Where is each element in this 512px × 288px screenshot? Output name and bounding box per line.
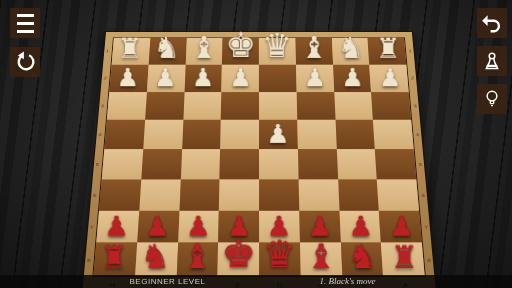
- piece-bN[interactable]: ♞: [348, 240, 378, 273]
- square[interactable]: ♞: [135, 243, 178, 276]
- piece-bP[interactable]: ♟: [308, 213, 332, 240]
- rank-label: 8: [425, 257, 433, 262]
- square[interactable]: ♜: [93, 243, 137, 276]
- rank-label: 4: [414, 132, 421, 137]
- square[interactable]: ♟: [109, 65, 148, 92]
- rank-label: 2: [102, 76, 109, 80]
- square[interactable]: ♝: [185, 38, 222, 64]
- rank-label: 8: [85, 257, 93, 262]
- square[interactable]: [102, 149, 143, 179]
- square[interactable]: [259, 65, 296, 92]
- piece-bP[interactable]: ♟: [145, 213, 169, 240]
- square[interactable]: ♟: [184, 65, 222, 92]
- piece-bR[interactable]: ♜: [390, 242, 418, 273]
- square[interactable]: [141, 149, 182, 179]
- status-bar: BEGINNER LEVEL 1. Black's move: [0, 275, 512, 288]
- square[interactable]: ♟: [259, 120, 298, 149]
- piece-wB[interactable]: ♝: [190, 32, 217, 62]
- square[interactable]: ♝: [176, 243, 218, 276]
- square[interactable]: [220, 120, 259, 149]
- rank-label: 4: [96, 132, 103, 137]
- square[interactable]: ♟: [259, 210, 300, 242]
- square[interactable]: ♟: [296, 65, 334, 92]
- rank-label: 3: [412, 103, 419, 107]
- piece-wP[interactable]: ♟: [229, 65, 251, 90]
- level-label: BEGINNER LEVEL: [100, 275, 235, 288]
- piece-wP[interactable]: ♟: [341, 65, 363, 90]
- piece-bP[interactable]: ♟: [186, 213, 210, 240]
- square[interactable]: ♟: [299, 210, 340, 242]
- square[interactable]: [139, 179, 180, 210]
- piece-bP[interactable]: ♟: [389, 213, 413, 240]
- undo-button[interactable]: [477, 8, 507, 38]
- square[interactable]: ♛: [259, 38, 296, 64]
- square[interactable]: [334, 92, 373, 120]
- piece-bQ[interactable]: ♛: [263, 236, 297, 273]
- square[interactable]: [259, 149, 298, 179]
- square[interactable]: [371, 92, 411, 120]
- piece-bB[interactable]: ♝: [182, 239, 213, 273]
- rank-label: 7: [422, 224, 430, 229]
- square[interactable]: [335, 120, 375, 149]
- rank-label: 1: [407, 49, 414, 53]
- piece-bP[interactable]: ♟: [105, 213, 129, 240]
- square[interactable]: [221, 92, 259, 120]
- square[interactable]: [297, 120, 336, 149]
- menu-button[interactable]: [10, 8, 40, 38]
- square[interactable]: [259, 92, 297, 120]
- hamburger-icon: [17, 14, 34, 33]
- square[interactable]: ♜: [112, 38, 151, 64]
- piece-wN[interactable]: ♞: [154, 33, 180, 62]
- piece-wP[interactable]: ♟: [154, 65, 176, 90]
- piece-wR[interactable]: ♜: [118, 35, 143, 63]
- square[interactable]: [296, 92, 335, 120]
- move-status-label: 1. Black's move: [290, 275, 405, 288]
- piece-wK[interactable]: ♚: [225, 28, 256, 62]
- square[interactable]: [219, 179, 259, 210]
- piece-wP[interactable]: ♟: [304, 65, 326, 90]
- square[interactable]: [336, 149, 377, 179]
- square[interactable]: [373, 120, 414, 149]
- square[interactable]: ♝: [295, 38, 332, 64]
- piece-wN[interactable]: ♞: [338, 33, 364, 62]
- board-squares[interactable]: ♜♞♝♚♛♝♞♜♟♟♟♟♟♟♟♟♟♟♟♟♟♟♟♟♜♞♝♚♛♝♞♜: [92, 37, 426, 276]
- rank-label: 3: [99, 103, 106, 107]
- square[interactable]: ♟: [137, 210, 179, 242]
- lightbulb-icon: [482, 89, 502, 109]
- piece-bN[interactable]: ♞: [141, 240, 171, 273]
- square[interactable]: [143, 120, 183, 149]
- board-scene: ♜♞♝♚♛♝♞♜♟♟♟♟♟♟♟♟♟♟♟♟♟♟♟♟♜♞♝♚♛♝♞♜ HGFEDCB…: [0, 0, 512, 288]
- square[interactable]: ♚: [222, 38, 259, 64]
- piece-bR[interactable]: ♜: [100, 242, 128, 273]
- square[interactable]: ♟: [333, 65, 372, 92]
- piece-bP[interactable]: ♟: [348, 213, 372, 240]
- square[interactable]: ♟: [379, 210, 422, 242]
- piece-wP[interactable]: ♟: [379, 65, 401, 90]
- piece-wP[interactable]: ♟: [267, 121, 290, 147]
- square[interactable]: [338, 179, 379, 210]
- square[interactable]: ♜: [368, 38, 407, 64]
- square[interactable]: [375, 149, 416, 179]
- hint-button[interactable]: [477, 84, 507, 114]
- piece-wP[interactable]: ♟: [117, 65, 139, 90]
- square[interactable]: ♟: [369, 65, 408, 92]
- piece-bB[interactable]: ♝: [306, 239, 337, 273]
- square[interactable]: ♟: [147, 65, 186, 92]
- square[interactable]: [183, 92, 222, 120]
- square[interactable]: [180, 149, 220, 179]
- square[interactable]: ♞: [340, 243, 383, 276]
- square[interactable]: ♟: [96, 210, 139, 242]
- square[interactable]: [104, 120, 145, 149]
- square[interactable]: [220, 149, 259, 179]
- square[interactable]: ♞: [148, 38, 186, 64]
- piece-wB[interactable]: ♝: [301, 32, 328, 62]
- piece-wP[interactable]: ♟: [192, 65, 214, 90]
- pawn-icon: [482, 51, 502, 71]
- square[interactable]: [145, 92, 184, 120]
- square[interactable]: ♟: [218, 210, 259, 242]
- square[interactable]: [298, 149, 338, 179]
- square[interactable]: [182, 120, 221, 149]
- square[interactable]: [99, 179, 141, 210]
- undo-icon: [481, 12, 503, 34]
- square[interactable]: ♝: [300, 243, 342, 276]
- rank-label: 5: [94, 162, 101, 167]
- piece-bP[interactable]: ♟: [267, 213, 291, 240]
- rank-label: 2: [409, 76, 416, 80]
- restart-button[interactable]: [10, 47, 40, 77]
- square[interactable]: ♟: [222, 65, 259, 92]
- square[interactable]: ♛: [259, 243, 300, 276]
- square[interactable]: ♚: [218, 243, 259, 276]
- chess-board[interactable]: ♜♞♝♚♛♝♞♜♟♟♟♟♟♟♟♟♟♟♟♟♟♟♟♟♜♞♝♚♛♝♞♜ HGFEDCB…: [81, 31, 437, 288]
- rank-label: 6: [419, 193, 427, 198]
- square[interactable]: [377, 179, 419, 210]
- square[interactable]: [107, 92, 147, 120]
- square[interactable]: [298, 179, 339, 210]
- piece-bP[interactable]: ♟: [227, 213, 251, 240]
- square[interactable]: ♞: [331, 38, 369, 64]
- piece-wR[interactable]: ♜: [375, 35, 400, 63]
- piece-wQ[interactable]: ♛: [262, 29, 292, 62]
- square[interactable]: ♟: [339, 210, 381, 242]
- rank-label: 5: [417, 162, 424, 167]
- square[interactable]: [259, 179, 299, 210]
- rank-label: 7: [88, 224, 96, 229]
- square[interactable]: ♟: [178, 210, 219, 242]
- square[interactable]: ♜: [381, 243, 425, 276]
- rank-label: 6: [91, 193, 99, 198]
- rank-label: 1: [104, 49, 111, 53]
- player-mode-button[interactable]: [477, 46, 507, 76]
- rotate-icon: [14, 51, 36, 73]
- square[interactable]: [179, 179, 220, 210]
